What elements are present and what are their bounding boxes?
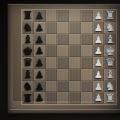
square-b6 — [46, 81, 58, 93]
square-c5 — [57, 69, 69, 81]
white-pawn: ♟ — [94, 11, 103, 21]
black-pawn: ♟ — [35, 46, 44, 56]
black-bishop: ♝ — [23, 33, 33, 44]
chessboard-photo: ♜♟♟♜♞♟♟♞♝♟♟♝♚♟♟♚♛♟♟♛♝♟♟♝♞♟♟♞♜♟♟♜ — [0, 0, 120, 120]
white-bishop: ♝ — [105, 69, 115, 80]
square-d4 — [69, 57, 81, 69]
square-d5 — [57, 57, 69, 69]
square-c6 — [46, 69, 58, 81]
white-pawn: ♟ — [94, 81, 103, 91]
square-a5 — [57, 92, 69, 104]
square-h6 — [46, 10, 58, 22]
black-rook: ♜ — [23, 92, 33, 103]
white-pawn: ♟ — [94, 46, 103, 56]
square-g6 — [46, 22, 58, 34]
square-f5 — [57, 34, 69, 46]
square-d2: ♟ — [93, 57, 105, 69]
white-rook: ♜ — [105, 92, 115, 103]
black-rook: ♜ — [23, 10, 33, 21]
black-pawn: ♟ — [35, 34, 44, 44]
white-pawn: ♟ — [94, 93, 103, 103]
white-bishop: ♝ — [105, 33, 115, 44]
black-queen: ♛ — [23, 57, 33, 68]
square-e7: ♟ — [34, 45, 46, 57]
black-pawn: ♟ — [35, 93, 44, 103]
white-pawn: ♟ — [94, 22, 103, 32]
square-c4 — [69, 69, 81, 81]
square-d6 — [46, 57, 58, 69]
square-e5 — [57, 45, 69, 57]
white-pawn: ♟ — [94, 69, 103, 79]
square-e2: ♟ — [93, 45, 105, 57]
square-a1: ♜ — [104, 92, 116, 104]
board-bevel-line — [10, 109, 120, 110]
square-f6 — [46, 34, 58, 46]
white-knight: ♞ — [105, 80, 115, 91]
square-e6 — [46, 45, 58, 57]
square-g2: ♟ — [93, 22, 105, 34]
white-queen: ♛ — [105, 57, 115, 68]
square-a4 — [69, 92, 81, 104]
square-h2: ♟ — [93, 10, 105, 22]
square-f7: ♟ — [34, 34, 46, 46]
square-b4 — [69, 81, 81, 93]
square-h7: ♟ — [34, 10, 46, 22]
square-b2: ♟ — [93, 81, 105, 93]
square-h3 — [81, 10, 93, 22]
square-a3 — [81, 92, 93, 104]
white-knight: ♞ — [105, 22, 115, 33]
square-g5 — [57, 22, 69, 34]
square-e3 — [81, 45, 93, 57]
square-f4 — [69, 34, 81, 46]
square-f3 — [81, 34, 93, 46]
black-pawn: ♟ — [35, 81, 44, 91]
square-b5 — [57, 81, 69, 93]
white-pawn: ♟ — [94, 58, 103, 68]
square-c2: ♟ — [93, 69, 105, 81]
black-knight: ♞ — [23, 80, 33, 91]
chess-board-frame: ♜♟♟♜♞♟♟♞♝♟♟♝♚♟♟♚♛♟♟♛♝♟♟♝♞♟♟♞♜♟♟♜ — [7, 3, 120, 114]
square-g7: ♟ — [34, 22, 46, 34]
square-g3 — [81, 22, 93, 34]
black-knight: ♞ — [23, 22, 33, 33]
square-a2: ♟ — [93, 92, 105, 104]
black-bishop: ♝ — [23, 69, 33, 80]
black-king: ♚ — [23, 45, 33, 56]
black-pawn: ♟ — [35, 11, 44, 21]
square-a7: ♟ — [34, 92, 46, 104]
square-c7: ♟ — [34, 69, 46, 81]
square-e4 — [69, 45, 81, 57]
black-pawn: ♟ — [35, 58, 44, 68]
square-f2: ♟ — [93, 34, 105, 46]
black-pawn: ♟ — [35, 69, 44, 79]
square-d3 — [81, 57, 93, 69]
white-pawn: ♟ — [94, 34, 103, 44]
white-rook: ♜ — [105, 10, 115, 21]
square-h4 — [69, 10, 81, 22]
square-c3 — [81, 69, 93, 81]
square-a6 — [46, 92, 58, 104]
square-a8: ♜ — [22, 92, 34, 104]
square-h5 — [57, 10, 69, 22]
chessboard: ♜♟♟♜♞♟♟♞♝♟♟♝♚♟♟♚♛♟♟♛♝♟♟♝♞♟♟♞♜♟♟♜ — [21, 9, 117, 105]
square-b7: ♟ — [34, 81, 46, 93]
square-g4 — [69, 22, 81, 34]
square-b3 — [81, 81, 93, 93]
square-d7: ♟ — [34, 57, 46, 69]
white-king: ♚ — [105, 45, 115, 56]
black-pawn: ♟ — [35, 22, 44, 32]
